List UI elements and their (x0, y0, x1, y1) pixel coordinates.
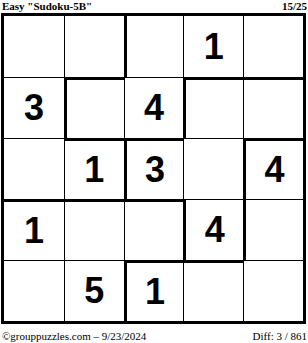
cell-r4c1[interactable]: 1 (4, 199, 64, 260)
given-digit: 4 (144, 87, 164, 129)
cell-r3c2[interactable]: 1 (64, 138, 124, 199)
given-digit: 1 (204, 26, 224, 68)
progress-counter: 15/25 (282, 0, 307, 12)
cell-r4c3[interactable] (124, 199, 184, 260)
cell-r1c4[interactable]: 1 (183, 16, 243, 77)
cell-r2c3[interactable]: 4 (124, 77, 184, 138)
cell-r5c4[interactable] (183, 260, 243, 321)
cell-r3c1[interactable] (4, 138, 64, 199)
cell-r4c5[interactable] (243, 199, 303, 260)
cell-r5c5[interactable] (243, 260, 303, 321)
given-digit: 4 (205, 209, 225, 251)
cell-r5c3[interactable]: 1 (124, 260, 184, 321)
page-footer: ©grouppuzzles.com – 9/23/2024 Diff: 3 / … (2, 329, 307, 342)
cell-r1c5[interactable] (243, 16, 303, 77)
copyright-text: ©grouppuzzles.com – 9/23/2024 (2, 330, 146, 342)
given-digit: 1 (145, 271, 165, 313)
cell-r3c4[interactable] (183, 138, 243, 199)
given-digit: 3 (145, 149, 165, 191)
cell-r2c1[interactable]: 3 (4, 77, 64, 138)
cell-r1c1[interactable] (4, 16, 64, 77)
given-digit: 4 (265, 149, 285, 191)
cell-r2c4[interactable] (183, 77, 243, 138)
sudoku-board: 1341341451 (1, 13, 306, 324)
cell-r4c2[interactable] (64, 199, 124, 260)
given-digit: 1 (24, 210, 44, 252)
puzzle-title: Easy "Sudoku-5B" (2, 0, 92, 12)
difficulty-text: Diff: 3 / 861 (253, 330, 308, 342)
given-digit: 5 (84, 270, 104, 312)
given-digit: 3 (24, 87, 44, 129)
cell-r3c5[interactable]: 4 (243, 138, 303, 199)
given-digit: 1 (84, 149, 104, 191)
cell-r1c3[interactable] (124, 16, 184, 77)
cell-r5c1[interactable] (4, 260, 64, 321)
page-header: Easy "Sudoku-5B" 15/25 (2, 0, 307, 13)
cell-r1c2[interactable] (64, 16, 124, 77)
cell-r3c3[interactable]: 3 (124, 138, 184, 199)
cell-r2c2[interactable] (64, 77, 124, 138)
cell-r5c2[interactable]: 5 (64, 260, 124, 321)
cell-r4c4[interactable]: 4 (183, 199, 243, 260)
cell-r2c5[interactable] (243, 77, 303, 138)
